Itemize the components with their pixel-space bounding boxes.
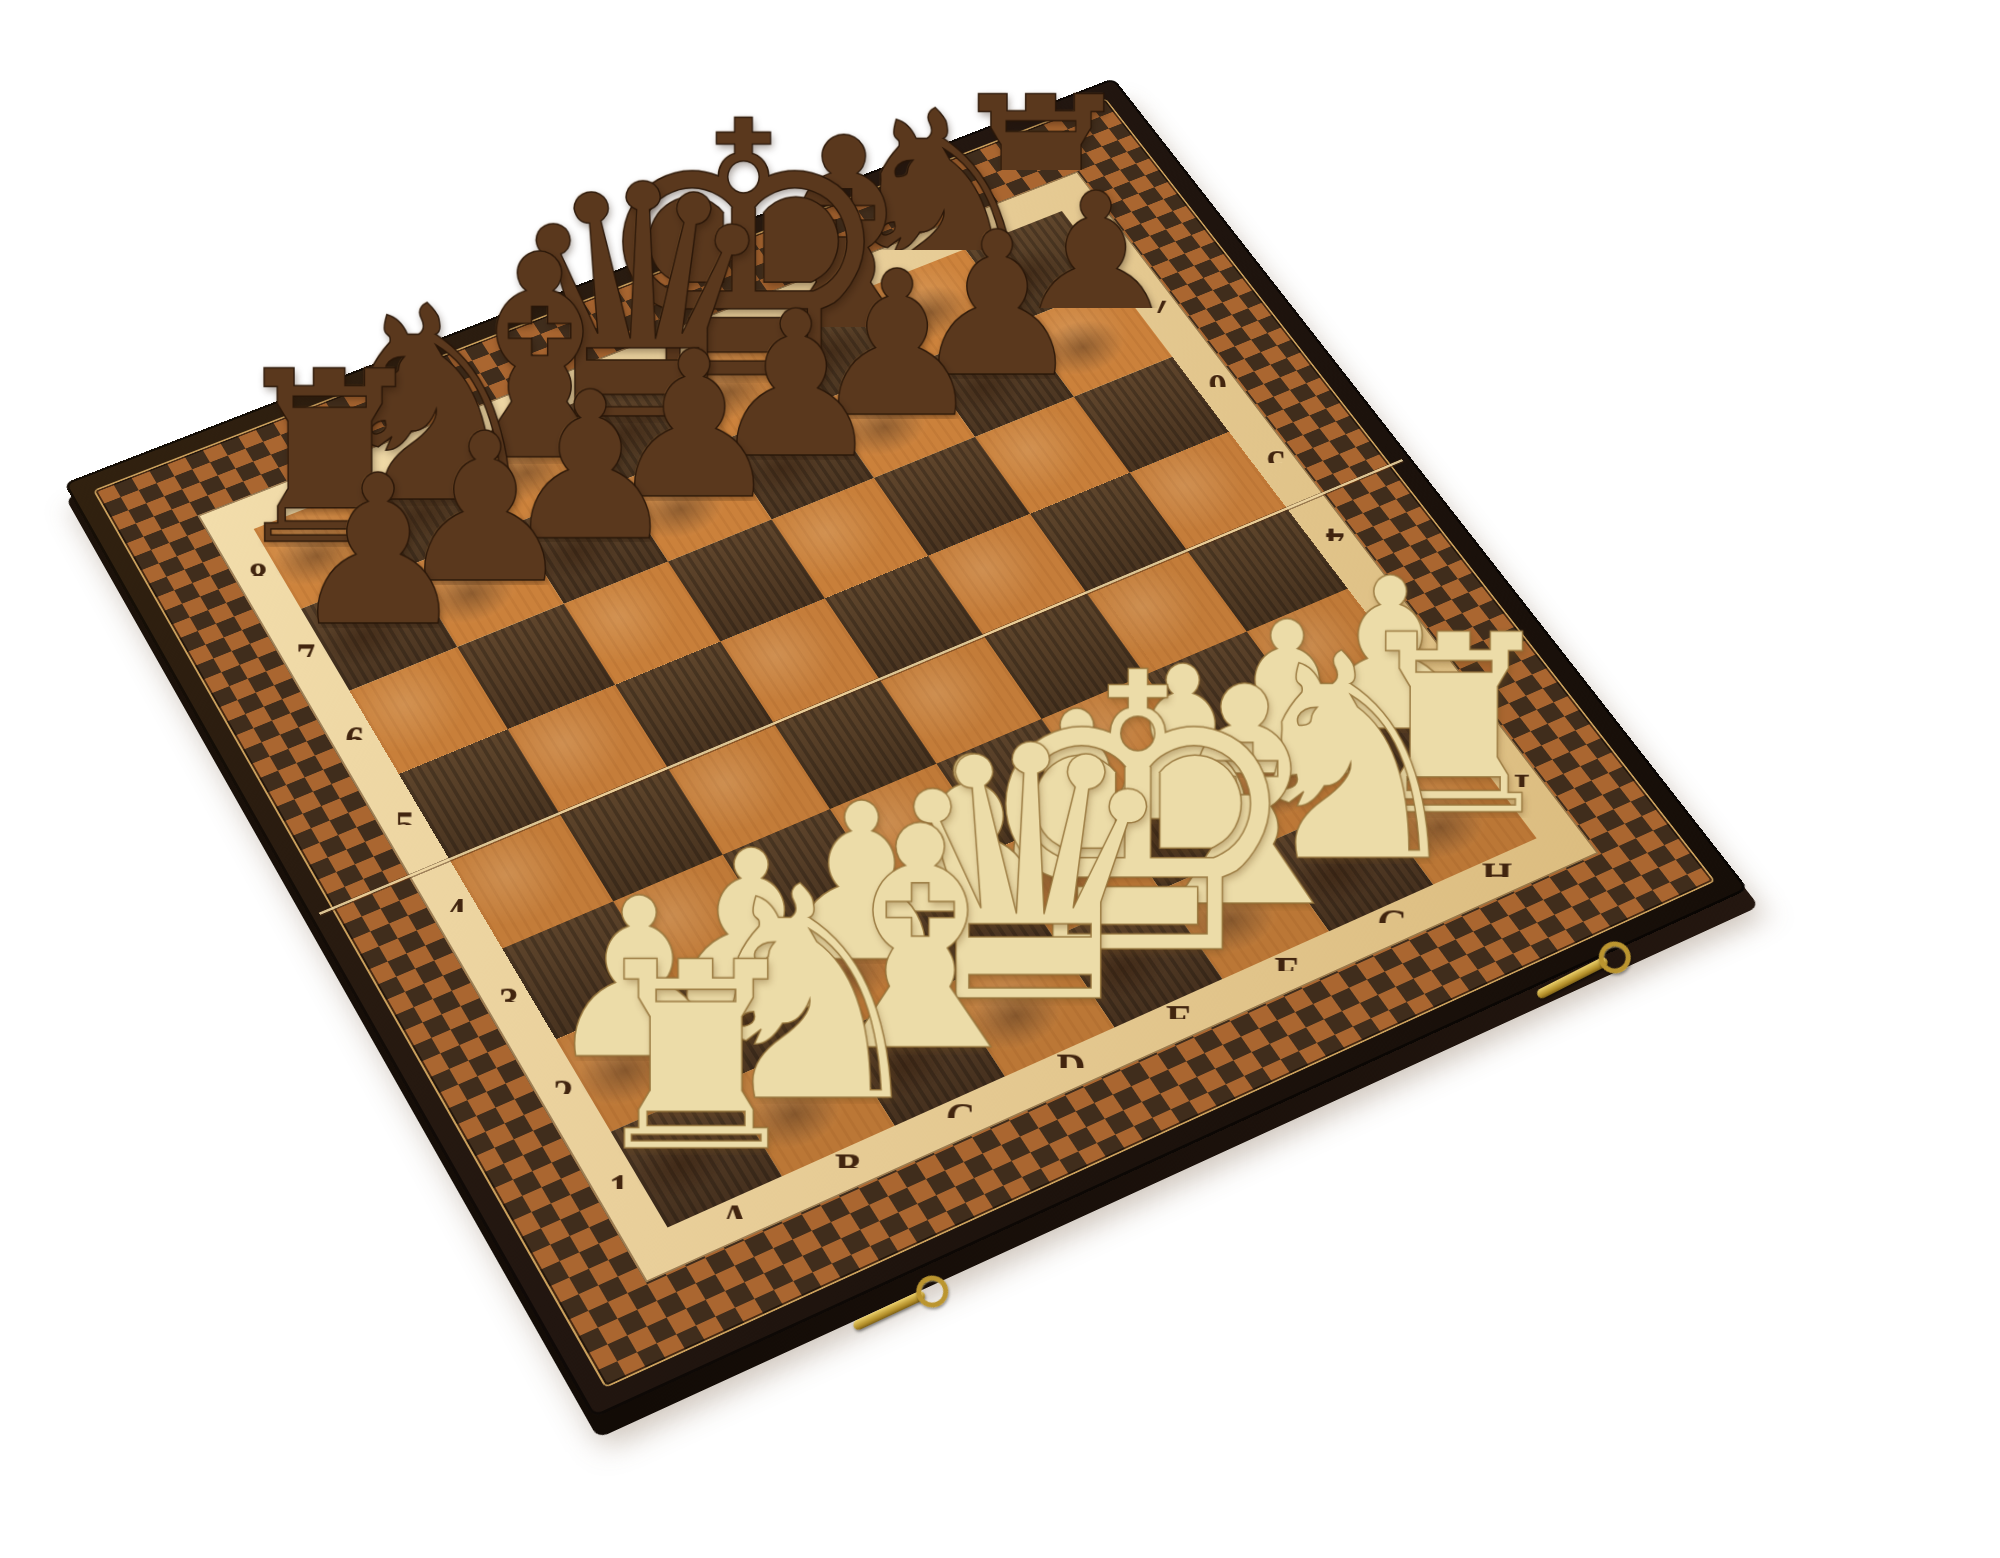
piece-white-rook[interactable]: ♜ <box>532 741 859 1188</box>
product-photo-stage: ♜♞♝♚♛♝♞♜♟♟♟♟♟♟♟♟♟♟♟♟♟♟♟♟♜♞♝♚♛♝♞♜ ABCDEFG… <box>0 0 2000 1558</box>
piece-black-pawn[interactable]: ♟ <box>227 240 530 654</box>
chess-board: ♜♞♝♚♛♝♞♜♟♟♟♟♟♟♟♟♟♟♟♟♟♟♟♟♜♞♝♚♛♝♞♜ ABCDEFG… <box>64 78 1749 1418</box>
